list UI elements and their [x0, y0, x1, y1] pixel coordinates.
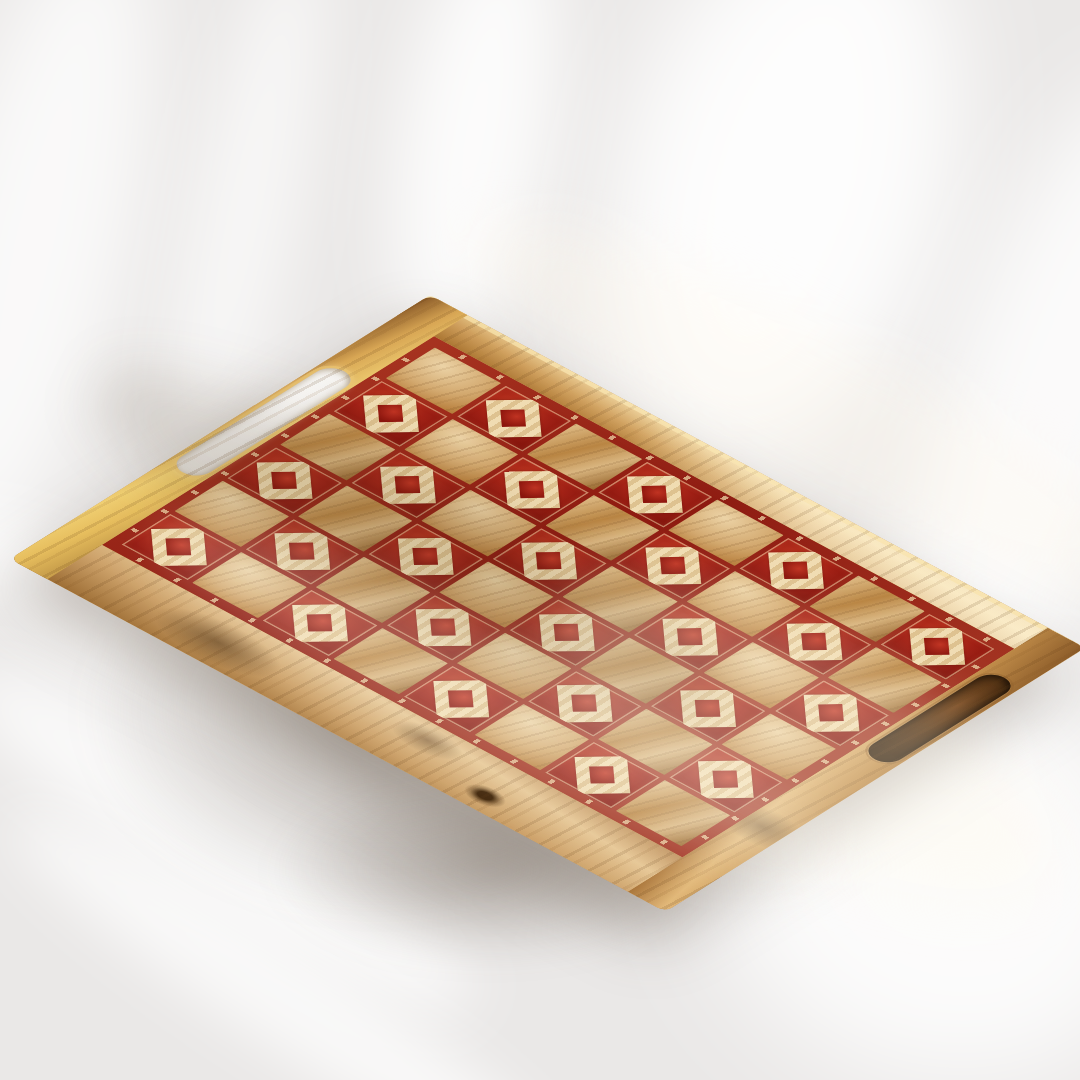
diamond-inlay-core [395, 476, 421, 493]
diamond-inlay-ring [433, 680, 489, 718]
diamond-inlay-ring [274, 533, 330, 571]
serving-tray [10, 295, 1080, 912]
diamond-inlay-core [307, 614, 333, 631]
diamond-inlay-ring [680, 690, 736, 728]
diamond-inlay-core [430, 619, 456, 636]
diamond-inlay-ring [663, 618, 719, 656]
diamond-inlay-core [925, 638, 951, 655]
diamond-inlay-core [713, 771, 739, 788]
diamond-inlay-core [572, 695, 598, 712]
diamond-inlay-ring [557, 685, 613, 723]
diamond-inlay-core [289, 543, 315, 560]
diamond-inlay-core [784, 562, 810, 579]
diamond-inlay-core [448, 690, 474, 707]
diamond-inlay-ring [486, 400, 542, 438]
diamond-inlay-core [166, 538, 192, 555]
diamond-inlay-ring [257, 462, 313, 500]
diamond-inlay-ring [292, 604, 348, 642]
diamond-inlay-core [589, 766, 615, 783]
diamond-inlay-ring [786, 623, 842, 661]
diamond-inlay-ring [574, 756, 630, 794]
diamond-inlay-ring [151, 528, 207, 566]
diamond-inlay-core [413, 548, 439, 565]
diamond-inlay-core [272, 472, 298, 489]
diamond-inlay-core [801, 633, 827, 650]
diamond-inlay-ring [910, 628, 966, 666]
diamond-inlay-ring [539, 614, 595, 652]
diamond-inlay-core [695, 700, 721, 717]
diamond-inlay-core [378, 405, 404, 422]
diamond-inlay-ring [627, 476, 683, 514]
diamond-inlay-ring [521, 542, 577, 580]
diamond-inlay-core [678, 628, 704, 645]
diamond-inlay-ring [415, 609, 471, 647]
diamond-inlay-ring [398, 538, 454, 576]
diamond-inlay-ring [380, 466, 436, 504]
diamond-inlay-ring [698, 761, 754, 799]
diamond-inlay-core [642, 486, 668, 503]
diamond-inlay-ring [645, 547, 701, 585]
diamond-inlay-core [519, 481, 545, 498]
diamond-inlay-ring [804, 694, 860, 732]
diamond-inlay-core [819, 705, 845, 722]
diamond-inlay-ring [504, 471, 560, 509]
diamond-inlay-ring [363, 395, 419, 433]
light-streak [364, 0, 586, 360]
diamond-inlay-core [501, 410, 527, 427]
diamond-inlay-ring [768, 552, 824, 590]
diamond-inlay-core [660, 557, 686, 574]
diamond-inlay-core [554, 624, 580, 641]
diamond-inlay-core [536, 552, 562, 569]
